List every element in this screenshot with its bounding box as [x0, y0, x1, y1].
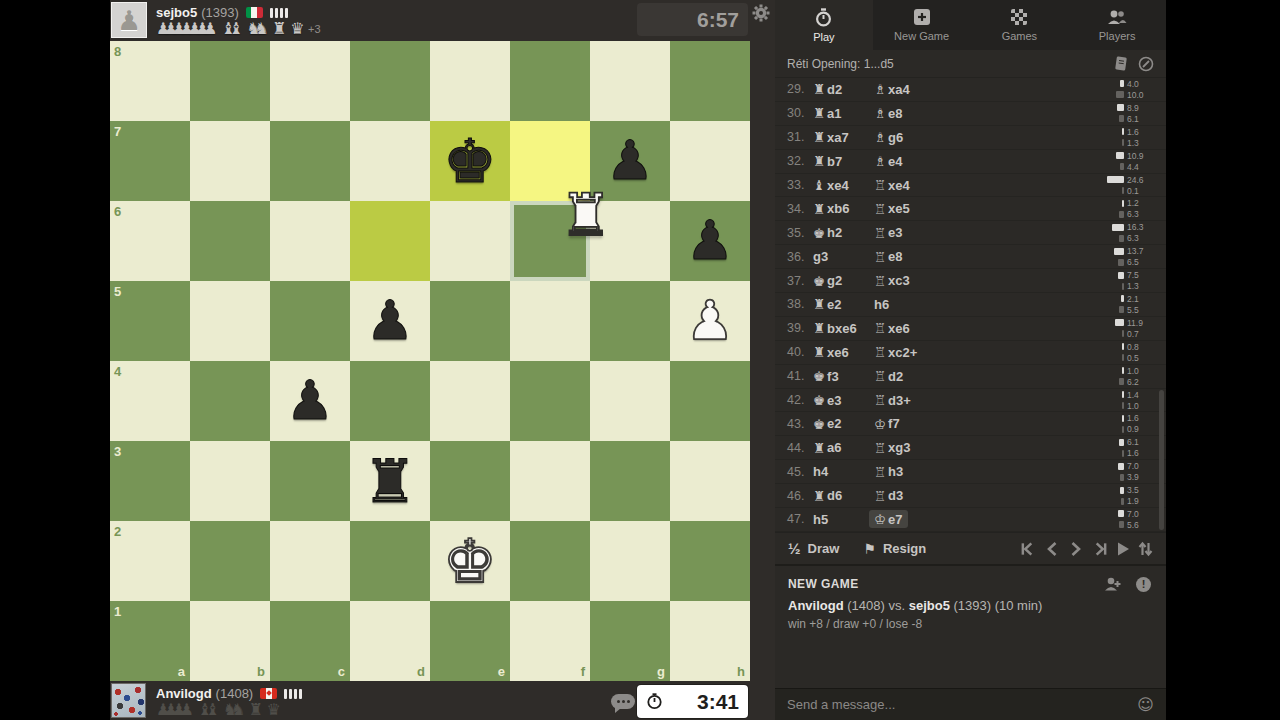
move-row-39: 39.♜bxe6♖xe611.90.7 — [775, 317, 1166, 341]
move-times: 1.41.0 — [1089, 390, 1166, 410]
time-value: 0.1 — [1127, 186, 1153, 196]
square-g8[interactable] — [590, 41, 670, 121]
time-bar — [1119, 211, 1124, 218]
move-row-40: 40.♜xe6♖xc2+0.80.5 — [775, 341, 1166, 365]
square-g3[interactable] — [590, 441, 670, 521]
draw-button[interactable]: ½ Draw — [788, 540, 839, 557]
square-h7[interactable] — [670, 121, 750, 201]
time-value: 3.9 — [1127, 472, 1153, 482]
white-move[interactable]: ♜d6 — [813, 488, 874, 504]
white-move[interactable]: ♜xb6 — [813, 201, 874, 217]
plus-square-icon — [913, 8, 931, 26]
emoji-smiley-icon[interactable]: ☺ — [1137, 695, 1154, 714]
time-bar — [1120, 80, 1124, 87]
white-move[interactable]: ♚f3 — [813, 368, 874, 384]
rank-label-4: 4 — [114, 364, 121, 379]
piece-glyph-icon: ♖ — [874, 177, 886, 193]
time-value: 0.5 — [1127, 353, 1153, 363]
black-move[interactable]: ♖d3 — [874, 488, 1032, 504]
piece-glyph-icon: ♜ — [813, 129, 825, 145]
piece-glyph-icon: ♚ — [813, 273, 825, 289]
time-bar — [1119, 306, 1124, 313]
bottom-player-rating: (1408) — [216, 686, 254, 701]
black-move[interactable]: ♖e8 — [874, 249, 1032, 265]
move-number: 29. — [787, 82, 813, 96]
time-bar — [1117, 104, 1124, 111]
piece-glyph-icon: ♖ — [874, 320, 886, 336]
black-move[interactable]: ♖h3 — [874, 464, 1032, 480]
time-bar — [1122, 402, 1124, 409]
white-move[interactable]: ♜a6 — [813, 440, 874, 456]
black-move[interactable]: ♖d3+ — [874, 392, 1032, 408]
time-value: 4.0 — [1127, 79, 1153, 89]
square-d8[interactable] — [350, 41, 430, 121]
time-bar — [1122, 354, 1124, 361]
piece-glyph-icon: ♜ — [813, 344, 825, 360]
square-c5[interactable] — [270, 281, 350, 361]
square-b6[interactable] — [190, 201, 270, 281]
move-number: 46. — [787, 489, 813, 503]
time-value: 5.5 — [1127, 305, 1153, 315]
move-row-32: 32.♜b7♗e410.94.4 — [775, 150, 1166, 174]
bottom-clock-time: 3:41 — [697, 690, 739, 714]
square-g2[interactable] — [590, 521, 670, 601]
square-b7[interactable] — [190, 121, 270, 201]
time-value: 1.6 — [1127, 448, 1153, 458]
time-value: 6.2 — [1127, 377, 1153, 387]
rank-label-1: 1 — [114, 604, 121, 619]
square-a5[interactable]: 5 — [110, 281, 190, 361]
captured-b-group: ♝♝ — [197, 700, 213, 719]
square-c6[interactable] — [270, 201, 350, 281]
square-d6[interactable] — [350, 201, 430, 281]
resign-button[interactable]: ⚑ Resign — [863, 541, 926, 557]
square-h2[interactable] — [670, 521, 750, 601]
bottom-player-clock: 3:41 — [637, 685, 748, 718]
black-move[interactable]: ♗e8 — [874, 105, 1032, 121]
square-c3[interactable] — [270, 441, 350, 521]
white-move[interactable]: ♜xe6 — [813, 344, 874, 360]
chat-bar: Send a message... ☺ — [775, 688, 1166, 720]
file-label-g: g — [657, 664, 665, 679]
move-times: 16.36.3 — [1089, 223, 1166, 243]
black-move[interactable]: ♗xa4 — [874, 81, 1032, 97]
square-b3[interactable] — [190, 441, 270, 521]
move-times: 10.94.4 — [1089, 151, 1166, 171]
time-bar — [1122, 330, 1124, 337]
captured-q-group: ♛ — [290, 19, 298, 38]
move-times: 11.90.7 — [1089, 318, 1166, 338]
white-move[interactable]: ♚g2 — [813, 273, 874, 289]
square-d3[interactable]: ♜ — [350, 441, 430, 521]
flip-board-button[interactable] — [1138, 541, 1153, 557]
piece-glyph-icon: ♗ — [874, 81, 886, 97]
square-b5[interactable] — [190, 281, 270, 361]
time-value: 1.3 — [1127, 281, 1153, 291]
square-b4[interactable] — [190, 361, 270, 441]
file-label-f: f — [581, 664, 585, 679]
piece-glyph-icon: ♚ — [813, 225, 825, 241]
rank-label-5: 5 — [114, 284, 121, 299]
piece-bP-h6[interactable]: ♟ — [670, 201, 750, 281]
piece-glyph-icon: ♗ — [874, 105, 886, 121]
white-move[interactable]: ♚h2 — [813, 225, 874, 241]
top-player-avatar[interactable]: ♟ — [111, 2, 147, 38]
square-c4[interactable]: ♟ — [270, 361, 350, 441]
white-move[interactable]: ♜e2 — [813, 296, 874, 312]
move-list[interactable]: 29.♜d2♗xa44.010.030.♜a1♗e88.96.131.♜xa7♗… — [775, 78, 1166, 532]
italy-flag-icon — [246, 7, 263, 18]
piece-glyph-icon: ♚ — [813, 392, 825, 408]
connection-bars-icon — [284, 689, 302, 699]
time-value: 6.1 — [1127, 437, 1153, 447]
time-value: 0.7 — [1127, 329, 1153, 339]
square-g1[interactable]: g — [590, 601, 670, 681]
chat-input[interactable]: Send a message... — [787, 697, 895, 712]
rank-label-6: 6 — [114, 204, 121, 219]
connection-bars-icon — [270, 8, 288, 18]
square-d5[interactable]: ♟ — [350, 281, 430, 361]
black-move[interactable]: h6 — [874, 297, 1032, 312]
square-h8[interactable] — [670, 41, 750, 121]
square-b2[interactable] — [190, 521, 270, 601]
square-a8[interactable]: 8 — [110, 41, 190, 121]
tab-new-game[interactable]: New Game — [873, 0, 971, 50]
square-e4[interactable] — [430, 361, 510, 441]
new-game-title: NEW GAME — [788, 577, 1153, 591]
square-e2[interactable]: ♚ — [430, 521, 510, 601]
stopwatch-icon — [814, 8, 833, 27]
square-e5[interactable] — [430, 281, 510, 361]
piece-wP-h5[interactable]: ♟ — [670, 281, 750, 361]
move-row-29: 29.♜d2♗xa44.010.0 — [775, 78, 1166, 102]
time-bar — [1119, 439, 1124, 446]
time-bar — [1119, 521, 1124, 528]
move-times: 1.06.2 — [1089, 366, 1166, 386]
white-move[interactable]: ♚e3 — [813, 392, 874, 408]
square-e1[interactable]: e — [430, 601, 510, 681]
move-times: 0.80.5 — [1089, 342, 1166, 362]
move-row-30: 30.♜a1♗e88.96.1 — [775, 102, 1166, 126]
top-player-name[interactable]: sejbo5 — [156, 5, 197, 20]
white-move[interactable]: ♜bxe6 — [813, 320, 874, 336]
square-f3[interactable] — [510, 441, 590, 521]
chat-bubble-icon[interactable] — [611, 694, 635, 709]
time-value: 1.6 — [1127, 413, 1153, 423]
move-navigation — [1020, 541, 1153, 557]
chess-board[interactable]: 87♚♟6♟5♟♟4♟3♜2♚1abcdefgh — [110, 41, 750, 681]
dragged-white-rook[interactable]: ♜ — [546, 175, 626, 255]
piece-glyph-icon: ♜ — [813, 440, 825, 456]
captured-r-group: ♜ — [272, 19, 280, 38]
move-row-42: 42.♚e3♖d3+1.41.0 — [775, 389, 1166, 413]
square-a7[interactable]: 7 — [110, 121, 190, 201]
panel-tabs: Play New Game — [775, 0, 1166, 50]
half-point-icon: ½ — [788, 540, 801, 557]
square-a1[interactable]: 1a — [110, 601, 190, 681]
next-move-button[interactable] — [1068, 541, 1083, 557]
time-value: 1.0 — [1127, 401, 1153, 411]
file-label-e: e — [498, 664, 505, 679]
rank-label-8: 8 — [114, 44, 121, 59]
time-value: 6.1 — [1127, 114, 1153, 124]
piece-glyph-icon: ♖ — [874, 273, 886, 289]
white-move[interactable]: h4 — [813, 464, 874, 479]
piece-glyph-icon: ♖ — [874, 225, 886, 241]
piece-glyph-icon: ♗ — [874, 153, 886, 169]
time-bar — [1122, 187, 1124, 194]
move-number: 36. — [787, 250, 813, 264]
move-number: 39. — [787, 321, 813, 335]
move-times: 3.51.9 — [1089, 486, 1166, 506]
top-clock-time: 6:57 — [697, 8, 739, 32]
tab-play-label: Play — [813, 31, 834, 43]
square-f8[interactable] — [510, 41, 590, 121]
captured-p-group: ♟♟♟♟ — [156, 700, 187, 719]
move-number: 44. — [787, 441, 813, 455]
square-h3[interactable] — [670, 441, 750, 521]
piece-glyph-icon: ♖ — [874, 201, 886, 217]
move-row-38: 38.♜e2h62.15.5 — [775, 293, 1166, 317]
square-h1[interactable]: h — [670, 601, 750, 681]
square-f4[interactable] — [510, 361, 590, 441]
opening-row: Réti Opening: 1...d5 — [775, 50, 1166, 78]
black-move[interactable]: ♖xc2+ — [874, 344, 1032, 360]
rank-label-7: 7 — [114, 124, 121, 139]
tab-players-label: Players — [1099, 30, 1136, 42]
piece-glyph-icon: ♚ — [813, 416, 825, 432]
time-value: 1.4 — [1127, 390, 1153, 400]
move-times: 7.51.3 — [1089, 271, 1166, 291]
time-bar — [1118, 272, 1124, 279]
game-controls: ½ Draw ⚑ Resign — [775, 532, 1166, 564]
time-bar — [1119, 115, 1124, 122]
time-bar — [1122, 200, 1124, 207]
players-icon — [1107, 8, 1127, 26]
black-move[interactable]: ♔f7 — [874, 416, 1032, 432]
square-f5[interactable] — [510, 281, 590, 361]
time-bar — [1122, 343, 1124, 350]
time-value: 1.9 — [1127, 496, 1153, 506]
last-move-button[interactable] — [1091, 541, 1108, 557]
autoplay-button[interactable] — [1116, 541, 1130, 557]
time-value: 16.3 — [1127, 222, 1153, 232]
top-captured-pieces: ♟♟♟♟♟♟♟♝♝♞♞♜♛+3 — [156, 19, 321, 38]
move-row-41: 41.♚f3♖d21.06.2 — [775, 365, 1166, 389]
square-h6[interactable]: ♟ — [670, 201, 750, 281]
square-a6[interactable]: 6 — [110, 201, 190, 281]
piece-glyph-icon: ♖ — [874, 344, 886, 360]
square-a4[interactable]: 4 — [110, 361, 190, 441]
white-player-rating: (1408) — [847, 598, 885, 613]
black-move[interactable]: ♗e4 — [874, 153, 1032, 169]
square-b8[interactable] — [190, 41, 270, 121]
move-number: 34. — [787, 202, 813, 216]
square-e6[interactable] — [430, 201, 510, 281]
move-list-scrollbar[interactable] — [1159, 390, 1164, 530]
captured-b-group: ♝♝ — [221, 19, 237, 38]
bottom-player-name[interactable]: Anvilogd — [156, 686, 212, 701]
piece-glyph-icon: ♔ — [874, 416, 886, 432]
explorer-compass-icon[interactable] — [1138, 56, 1154, 72]
black-player-rating: (1393) — [954, 598, 992, 613]
tab-games[interactable]: Games — [971, 0, 1069, 50]
white-move[interactable]: ♜b7 — [813, 153, 874, 169]
tab-games-label: Games — [1002, 30, 1037, 42]
opening-name[interactable]: Réti Opening: 1...d5 — [787, 57, 894, 71]
black-move[interactable]: ♔e7 — [874, 510, 1032, 528]
square-f1[interactable]: f — [510, 601, 590, 681]
piece-glyph-icon: ♔ — [874, 511, 886, 527]
white-move[interactable]: ♜a1 — [813, 105, 874, 121]
white-move[interactable]: ♚e2 — [813, 416, 874, 432]
move-number: 41. — [787, 369, 813, 383]
square-g4[interactable] — [590, 361, 670, 441]
square-c8[interactable] — [270, 41, 350, 121]
material-advantage: +3 — [308, 23, 321, 35]
captured-n-group: ♞♞ — [247, 19, 263, 38]
move-number: 31. — [787, 130, 813, 144]
black-move[interactable]: ♖e3 — [874, 225, 1032, 241]
piece-bR-d3[interactable]: ♜ — [350, 441, 430, 521]
square-h5[interactable]: ♟ — [670, 281, 750, 361]
piece-bP-d5[interactable]: ♟ — [350, 281, 430, 361]
new-game-matchup: Anvilogd (1408) vs. sejbo5 (1393) (10 mi… — [788, 598, 1153, 613]
time-value: 1.6 — [1127, 127, 1153, 137]
time-bar — [1122, 415, 1124, 422]
time-bar — [1122, 139, 1124, 146]
time-value: 6.5 — [1127, 257, 1153, 267]
opening-book-icon[interactable] — [1114, 56, 1128, 71]
tab-new-game-label: New Game — [894, 30, 949, 42]
file-label-c: c — [338, 664, 345, 679]
time-value: 7.0 — [1127, 509, 1153, 519]
black-move[interactable]: ♖xe4 — [874, 177, 1032, 193]
time-value: 24.6 — [1127, 175, 1153, 185]
square-e3[interactable] — [430, 441, 510, 521]
black-player-name: sejbo5 — [909, 598, 950, 613]
square-d7[interactable] — [350, 121, 430, 201]
piece-glyph-icon: ♜ — [813, 488, 825, 504]
black-move[interactable]: ♖d2 — [874, 368, 1032, 384]
captured-r-group: ♜ — [249, 700, 257, 719]
black-move[interactable]: ♖xe5 — [874, 201, 1032, 217]
square-c1[interactable]: c — [270, 601, 350, 681]
bottom-player-info: Anvilogd (1408) — [156, 686, 302, 701]
time-bar — [1118, 463, 1124, 470]
time-bar — [1122, 450, 1124, 457]
captured-p-group: ♟♟♟♟♟♟♟ — [156, 19, 211, 38]
square-d1[interactable]: d — [350, 601, 430, 681]
alert-info-icon[interactable]: ! — [1136, 577, 1151, 592]
file-label-h: h — [737, 664, 745, 679]
canada-flag-icon — [260, 688, 277, 699]
square-f2[interactable] — [510, 521, 590, 601]
time-value: 0.8 — [1127, 342, 1153, 352]
resign-flag-icon: ⚑ — [863, 541, 876, 557]
time-bar — [1121, 498, 1124, 505]
move-times: 13.76.5 — [1089, 247, 1166, 267]
square-a3[interactable]: 3 — [110, 441, 190, 521]
time-bar — [1121, 295, 1124, 302]
time-value: 1.3 — [1127, 138, 1153, 148]
first-move-button[interactable] — [1020, 541, 1037, 557]
bottom-player-avatar[interactable] — [111, 683, 146, 718]
piece-wK-e2[interactable]: ♚ — [430, 521, 510, 601]
move-times: 6.11.6 — [1089, 438, 1166, 458]
previous-move-button[interactable] — [1045, 541, 1060, 557]
black-move[interactable]: ♖xg3 — [874, 440, 1032, 456]
time-bar — [1122, 391, 1124, 398]
white-move[interactable]: ♜xa7 — [813, 129, 874, 145]
square-a2[interactable]: 2 — [110, 521, 190, 601]
move-row-47: 47.h5♔e77.05.6 — [775, 508, 1166, 532]
square-g5[interactable] — [590, 281, 670, 361]
file-label-d: d — [417, 664, 425, 679]
time-bar — [1122, 426, 1124, 433]
tab-play[interactable]: Play — [775, 0, 873, 50]
square-d2[interactable] — [350, 521, 430, 601]
time-value: 13.7 — [1127, 246, 1153, 256]
move-times: 8.96.1 — [1089, 103, 1166, 123]
rank-label-3: 3 — [114, 444, 121, 459]
move-row-46: 46.♜d6♖d33.51.9 — [775, 484, 1166, 508]
time-value: 10.9 — [1127, 151, 1153, 161]
piece-glyph-icon: ♖ — [874, 249, 886, 265]
black-move[interactable]: ♖xc3 — [874, 273, 1032, 289]
square-e7[interactable]: ♚ — [430, 121, 510, 201]
move-row-37: 37.♚g2♖xc37.51.3 — [775, 269, 1166, 293]
square-c7[interactable] — [270, 121, 350, 201]
square-b1[interactable]: b — [190, 601, 270, 681]
move-number: 30. — [787, 106, 813, 120]
piece-bK-e7[interactable]: ♚ — [430, 121, 510, 201]
piece-glyph-icon: ♜ — [813, 153, 825, 169]
active-clock-icon — [646, 693, 663, 710]
challenge-player-icon[interactable] — [1104, 576, 1121, 592]
white-move[interactable]: ♜d2 — [813, 81, 874, 97]
time-value: 7.0 — [1127, 461, 1153, 471]
white-move[interactable]: h5 — [813, 512, 874, 527]
white-move[interactable]: g3 — [813, 249, 874, 264]
move-row-34: 34.♜xb6♖xe51.26.3 — [775, 197, 1166, 221]
piece-glyph-icon: ♖ — [874, 440, 886, 456]
square-d4[interactable] — [350, 361, 430, 441]
square-c2[interactable] — [270, 521, 350, 601]
black-move[interactable]: ♖xe6 — [874, 320, 1032, 336]
white-move[interactable]: ♝xe4 — [813, 177, 874, 193]
move-row-43: 43.♚e2♔f71.60.9 — [775, 412, 1166, 436]
piece-glyph-icon: ♚ — [813, 368, 825, 384]
time-bar — [1120, 163, 1124, 170]
time-bar — [1119, 378, 1124, 385]
top-player-rating: (1393) — [201, 5, 239, 20]
resign-label: Resign — [883, 541, 926, 556]
time-bar — [1116, 152, 1124, 159]
square-h4[interactable] — [670, 361, 750, 441]
time-bar — [1114, 248, 1124, 255]
draw-label: Draw — [808, 541, 840, 556]
settings-gear-icon[interactable] — [752, 4, 770, 22]
piece-bP-c4[interactable]: ♟ — [270, 361, 350, 441]
time-bar — [1107, 176, 1124, 183]
move-number: 43. — [787, 417, 813, 431]
tab-players[interactable]: Players — [1068, 0, 1166, 50]
black-move[interactable]: ♗g6 — [874, 129, 1032, 145]
move-row-45: 45.h4♖h37.03.9 — [775, 460, 1166, 484]
square-e8[interactable] — [430, 41, 510, 121]
chess-app: ♟ sejbo5 (1393) ♟♟♟♟♟♟♟♝♝♞♞♜♛+3 6:57 — [110, 0, 1166, 720]
